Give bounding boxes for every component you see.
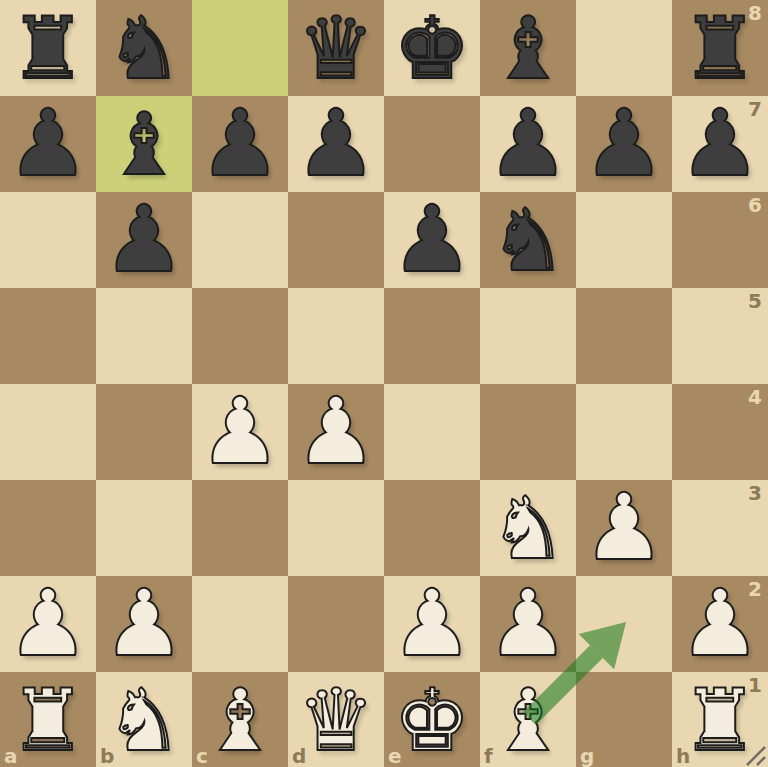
square-d8[interactable]: ♛ [288, 0, 384, 96]
square-a3[interactable] [0, 480, 96, 576]
black-pawn[interactable]: ♟ [103, 194, 185, 286]
white-knight[interactable]: ♞ [489, 485, 566, 571]
black-knight[interactable]: ♞ [105, 5, 182, 91]
square-f7[interactable]: ♟ [480, 96, 576, 192]
black-pawn[interactable]: ♟ [487, 98, 569, 190]
square-c4[interactable]: ♟ [192, 384, 288, 480]
white-pawn[interactable]: ♟ [295, 386, 377, 478]
square-f8[interactable]: ♝ [480, 0, 576, 96]
rank-label-4: 4 [748, 385, 762, 409]
square-d3[interactable] [288, 480, 384, 576]
square-e4[interactable] [384, 384, 480, 480]
square-h2[interactable]: 2♟ [672, 576, 768, 672]
black-knight[interactable]: ♞ [489, 197, 566, 283]
square-b3[interactable] [96, 480, 192, 576]
square-c3[interactable] [192, 480, 288, 576]
black-king[interactable]: ♚ [393, 5, 470, 91]
square-f4[interactable] [480, 384, 576, 480]
square-c7[interactable]: ♟ [192, 96, 288, 192]
square-g7[interactable]: ♟ [576, 96, 672, 192]
square-h3[interactable]: 3 [672, 480, 768, 576]
white-bishop[interactable]: ♝ [201, 677, 278, 763]
square-a1[interactable]: a♜ [0, 672, 96, 767]
square-g4[interactable] [576, 384, 672, 480]
white-knight[interactable]: ♞ [105, 677, 182, 763]
black-pawn[interactable]: ♟ [199, 98, 281, 190]
black-pawn[interactable]: ♟ [391, 194, 473, 286]
square-e3[interactable] [384, 480, 480, 576]
square-f2[interactable]: ♟ [480, 576, 576, 672]
white-pawn[interactable]: ♟ [7, 578, 89, 670]
white-pawn[interactable]: ♟ [487, 578, 569, 670]
square-b8[interactable]: ♞ [96, 0, 192, 96]
black-bishop[interactable]: ♝ [489, 5, 566, 91]
square-a6[interactable] [0, 192, 96, 288]
black-rook[interactable]: ♜ [9, 5, 86, 91]
square-f6[interactable]: ♞ [480, 192, 576, 288]
black-rook[interactable]: ♜ [681, 5, 758, 91]
square-d1[interactable]: d♛ [288, 672, 384, 767]
square-h1[interactable]: 1h♜ [672, 672, 768, 767]
square-e8[interactable]: ♚ [384, 0, 480, 96]
square-a4[interactable] [0, 384, 96, 480]
square-h7[interactable]: 7♟ [672, 96, 768, 192]
black-pawn[interactable]: ♟ [583, 98, 665, 190]
square-f5[interactable] [480, 288, 576, 384]
black-bishop[interactable]: ♝ [105, 101, 182, 187]
white-rook[interactable]: ♜ [9, 677, 86, 763]
square-c2[interactable] [192, 576, 288, 672]
square-g5[interactable] [576, 288, 672, 384]
square-e2[interactable]: ♟ [384, 576, 480, 672]
square-f1[interactable]: f♝ [480, 672, 576, 767]
square-b5[interactable] [96, 288, 192, 384]
white-rook[interactable]: ♜ [681, 677, 758, 763]
square-b2[interactable]: ♟ [96, 576, 192, 672]
black-pawn[interactable]: ♟ [679, 98, 761, 190]
square-g6[interactable] [576, 192, 672, 288]
square-b7[interactable]: ♝ [96, 96, 192, 192]
square-c8[interactable] [192, 0, 288, 96]
black-queen[interactable]: ♛ [297, 5, 374, 91]
square-d7[interactable]: ♟ [288, 96, 384, 192]
rank-label-5: 5 [748, 289, 762, 313]
square-f3[interactable]: ♞ [480, 480, 576, 576]
square-d4[interactable]: ♟ [288, 384, 384, 480]
square-d5[interactable] [288, 288, 384, 384]
white-king[interactable]: ♚ [393, 677, 470, 763]
square-a5[interactable] [0, 288, 96, 384]
white-pawn[interactable]: ♟ [583, 482, 665, 574]
square-g3[interactable]: ♟ [576, 480, 672, 576]
square-d6[interactable] [288, 192, 384, 288]
square-a7[interactable]: ♟ [0, 96, 96, 192]
black-pawn[interactable]: ♟ [295, 98, 377, 190]
square-e6[interactable]: ♟ [384, 192, 480, 288]
square-a2[interactable]: ♟ [0, 576, 96, 672]
white-pawn[interactable]: ♟ [679, 578, 761, 670]
white-bishop[interactable]: ♝ [489, 677, 566, 763]
white-pawn[interactable]: ♟ [391, 578, 473, 670]
white-pawn[interactable]: ♟ [199, 386, 281, 478]
square-c5[interactable] [192, 288, 288, 384]
rank-label-3: 3 [748, 481, 762, 505]
square-a8[interactable]: ♜ [0, 0, 96, 96]
square-c1[interactable]: c♝ [192, 672, 288, 767]
square-g2[interactable] [576, 576, 672, 672]
square-e7[interactable] [384, 96, 480, 192]
square-h8[interactable]: 8♜ [672, 0, 768, 96]
square-b4[interactable] [96, 384, 192, 480]
square-g1[interactable]: g [576, 672, 672, 767]
square-b1[interactable]: b♞ [96, 672, 192, 767]
chess-board: ♜♞♛♚♝8♜♟♝♟♟♟♟7♟♟♟♞65♟♟4♞♟3♟♟♟♟2♟a♜b♞c♝d♛… [0, 0, 768, 767]
square-b6[interactable]: ♟ [96, 192, 192, 288]
square-h4[interactable]: 4 [672, 384, 768, 480]
black-pawn[interactable]: ♟ [7, 98, 89, 190]
square-e5[interactable] [384, 288, 480, 384]
square-g8[interactable] [576, 0, 672, 96]
square-h5[interactable]: 5 [672, 288, 768, 384]
file-label-g: g [580, 744, 594, 767]
white-pawn[interactable]: ♟ [103, 578, 185, 670]
square-e1[interactable]: e♚ [384, 672, 480, 767]
square-c6[interactable] [192, 192, 288, 288]
white-queen[interactable]: ♛ [297, 677, 374, 763]
square-h6[interactable]: 6 [672, 192, 768, 288]
square-d2[interactable] [288, 576, 384, 672]
